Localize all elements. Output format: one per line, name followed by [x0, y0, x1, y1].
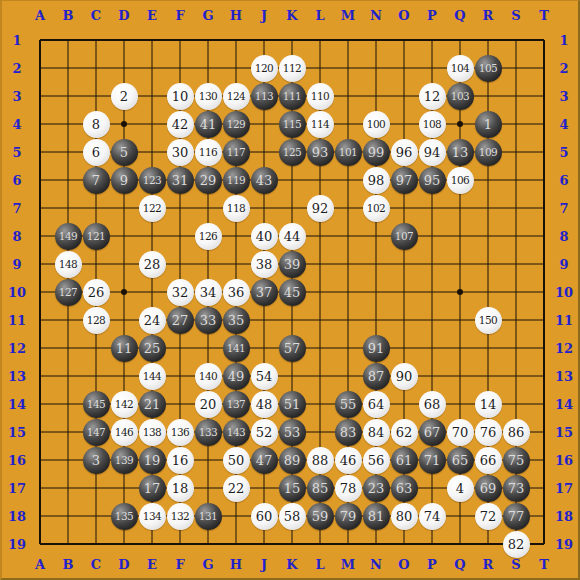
move-number: 140 — [199, 371, 218, 382]
stone-white-L16: 88 — [307, 447, 334, 474]
stone-white-R18: 72 — [475, 503, 502, 530]
move-number: 107 — [395, 231, 414, 242]
row-label-left-13: 13 — [8, 370, 26, 383]
move-number: 29 — [200, 174, 217, 187]
stone-white-Q17: 4 — [447, 475, 474, 502]
stone-white-D15: 146 — [111, 419, 138, 446]
move-number: 65 — [452, 454, 469, 467]
move-number: 30 — [172, 146, 189, 159]
stone-white-R14: 14 — [475, 391, 502, 418]
stone-black-P15: 67 — [419, 419, 446, 446]
stone-black-N13: 87 — [363, 363, 390, 390]
move-number: 36 — [228, 286, 245, 299]
move-number: 68 — [424, 398, 441, 411]
move-number: 70 — [452, 426, 469, 439]
move-number: 7 — [92, 174, 100, 187]
stone-white-C4: 8 — [83, 111, 110, 138]
move-number: 131 — [199, 511, 218, 522]
stone-white-K18: 58 — [279, 503, 306, 530]
row-label-left-17: 17 — [8, 482, 26, 495]
move-number: 34 — [200, 286, 217, 299]
row-label-right-19: 19 — [555, 538, 573, 551]
stone-black-R4: 1 — [475, 111, 502, 138]
stone-white-O15: 62 — [391, 419, 418, 446]
stone-black-J6: 43 — [251, 167, 278, 194]
stone-black-H13: 49 — [223, 363, 250, 390]
col-label-bottom-T: T — [539, 558, 549, 571]
stone-black-M5: 101 — [335, 139, 362, 166]
stone-black-Q5: 13 — [447, 139, 474, 166]
stone-white-P4: 108 — [419, 111, 446, 138]
move-number: 58 — [284, 510, 301, 523]
stone-black-S17: 73 — [503, 475, 530, 502]
stone-white-G10: 34 — [195, 279, 222, 306]
stone-white-O5: 96 — [391, 139, 418, 166]
stone-black-N12: 91 — [363, 335, 390, 362]
stone-white-C5: 6 — [83, 139, 110, 166]
move-number: 4 — [456, 482, 464, 495]
move-number: 12 — [424, 90, 441, 103]
stone-black-H6: 119 — [223, 167, 250, 194]
stone-black-K16: 89 — [279, 447, 306, 474]
move-number: 123 — [143, 175, 162, 186]
stone-black-K4: 115 — [279, 111, 306, 138]
row-label-left-4: 4 — [12, 118, 21, 131]
move-number: 17 — [144, 482, 161, 495]
move-number: 20 — [200, 398, 217, 411]
col-label-top-T: T — [539, 9, 549, 22]
stone-black-L17: 85 — [307, 475, 334, 502]
stone-black-D12: 11 — [111, 335, 138, 362]
move-number: 33 — [200, 314, 217, 327]
row-label-right-17: 17 — [555, 482, 573, 495]
move-number: 72 — [480, 510, 497, 523]
stone-black-R5: 109 — [475, 139, 502, 166]
col-label-top-O: O — [398, 9, 409, 22]
move-number: 79 — [340, 510, 357, 523]
move-number: 75 — [508, 454, 525, 467]
move-number: 67 — [424, 426, 441, 439]
stone-white-F3: 10 — [167, 83, 194, 110]
move-number: 91 — [368, 342, 385, 355]
stone-white-P5: 94 — [419, 139, 446, 166]
col-label-bottom-S: S — [511, 558, 520, 571]
stone-black-K9: 39 — [279, 251, 306, 278]
move-number: 48 — [256, 398, 273, 411]
stone-black-C16: 3 — [83, 447, 110, 474]
col-label-top-M: M — [341, 9, 355, 22]
move-number: 60 — [256, 510, 273, 523]
move-number: 22 — [228, 482, 245, 495]
stone-black-H5: 117 — [223, 139, 250, 166]
stone-black-C6: 7 — [83, 167, 110, 194]
stone-white-S19: 82 — [503, 531, 530, 558]
stone-black-O17: 63 — [391, 475, 418, 502]
stone-white-J2: 120 — [251, 55, 278, 82]
move-number: 109 — [479, 147, 498, 158]
row-label-left-12: 12 — [8, 342, 26, 355]
row-label-right-15: 15 — [555, 426, 573, 439]
move-number: 100 — [367, 119, 386, 130]
move-number: 5 — [120, 146, 128, 159]
move-number: 50 — [228, 454, 245, 467]
row-label-left-16: 16 — [8, 454, 26, 467]
move-number: 44 — [284, 230, 301, 243]
stone-white-G5: 116 — [195, 139, 222, 166]
stone-black-H12: 141 — [223, 335, 250, 362]
stone-white-N16: 56 — [363, 447, 390, 474]
move-number: 125 — [283, 147, 302, 158]
col-label-top-K: K — [286, 9, 297, 22]
stone-black-J10: 37 — [251, 279, 278, 306]
move-number: 37 — [256, 286, 273, 299]
stone-black-S16: 75 — [503, 447, 530, 474]
move-number: 94 — [424, 146, 441, 159]
stone-white-O18: 80 — [391, 503, 418, 530]
move-number: 105 — [479, 63, 498, 74]
move-number: 114 — [311, 119, 330, 130]
move-number: 54 — [256, 370, 273, 383]
stone-black-P6: 95 — [419, 167, 446, 194]
move-number: 2 — [120, 90, 128, 103]
col-label-top-F: F — [175, 9, 184, 22]
stone-black-O6: 97 — [391, 167, 418, 194]
move-number: 57 — [284, 342, 301, 355]
stone-white-J13: 54 — [251, 363, 278, 390]
move-number: 106 — [451, 175, 470, 186]
row-label-left-10: 10 — [8, 286, 26, 299]
move-number: 40 — [256, 230, 273, 243]
stone-white-O13: 90 — [391, 363, 418, 390]
star-point — [121, 121, 127, 127]
row-label-right-9: 9 — [559, 258, 568, 271]
row-label-right-12: 12 — [555, 342, 573, 355]
move-number: 129 — [227, 119, 246, 130]
stone-black-M18: 79 — [335, 503, 362, 530]
move-number: 141 — [227, 343, 246, 354]
stone-white-K2: 112 — [279, 55, 306, 82]
row-label-right-16: 16 — [555, 454, 573, 467]
stone-white-F15: 136 — [167, 419, 194, 446]
move-number: 148 — [59, 259, 78, 270]
move-number: 95 — [424, 174, 441, 187]
move-number: 97 — [396, 174, 413, 187]
move-number: 43 — [256, 174, 273, 187]
stone-white-N6: 98 — [363, 167, 390, 194]
row-label-right-2: 2 — [559, 62, 568, 75]
move-number: 85 — [312, 482, 329, 495]
move-number: 55 — [340, 398, 357, 411]
stone-white-G14: 20 — [195, 391, 222, 418]
move-number: 133 — [199, 427, 218, 438]
stone-white-E9: 28 — [139, 251, 166, 278]
move-number: 28 — [144, 258, 161, 271]
move-number: 128 — [87, 315, 106, 326]
stone-black-G15: 133 — [195, 419, 222, 446]
stone-black-R17: 69 — [475, 475, 502, 502]
move-number: 24 — [144, 314, 161, 327]
star-point — [457, 121, 463, 127]
move-number: 8 — [92, 118, 100, 131]
col-label-bottom-A: A — [35, 558, 45, 571]
move-number: 19 — [144, 454, 161, 467]
stone-white-L7: 92 — [307, 195, 334, 222]
move-number: 38 — [256, 258, 273, 271]
move-number: 21 — [144, 398, 161, 411]
col-label-bottom-B: B — [63, 558, 74, 571]
move-number: 23 — [368, 482, 385, 495]
move-number: 122 — [143, 203, 162, 214]
move-number: 81 — [368, 510, 385, 523]
row-label-right-4: 4 — [559, 118, 568, 131]
col-label-top-S: S — [511, 9, 520, 22]
stone-black-C15: 147 — [83, 419, 110, 446]
col-label-top-D: D — [118, 9, 129, 22]
col-label-bottom-Q: Q — [454, 558, 465, 571]
col-label-bottom-K: K — [286, 558, 297, 571]
stone-white-R11: 150 — [475, 307, 502, 334]
row-label-right-6: 6 — [559, 174, 568, 187]
stone-white-Q6: 106 — [447, 167, 474, 194]
move-number: 99 — [368, 146, 385, 159]
stone-white-L4: 114 — [307, 111, 334, 138]
row-label-right-5: 5 — [559, 146, 568, 159]
move-number: 25 — [144, 342, 161, 355]
stone-black-S18: 77 — [503, 503, 530, 530]
row-label-left-11: 11 — [8, 314, 26, 327]
move-number: 137 — [227, 399, 246, 410]
move-number: 13 — [452, 146, 469, 159]
move-number: 145 — [87, 399, 106, 410]
row-label-right-13: 13 — [555, 370, 573, 383]
move-number: 144 — [143, 371, 162, 382]
move-number: 51 — [284, 398, 301, 411]
move-number: 41 — [200, 118, 217, 131]
stone-black-K15: 53 — [279, 419, 306, 446]
move-number: 82 — [508, 538, 525, 551]
stone-white-N15: 84 — [363, 419, 390, 446]
stone-black-D6: 9 — [111, 167, 138, 194]
move-number: 103 — [451, 91, 470, 102]
stone-black-D16: 139 — [111, 447, 138, 474]
stone-black-N17: 23 — [363, 475, 390, 502]
move-number: 32 — [172, 286, 189, 299]
col-label-top-E: E — [147, 9, 157, 22]
move-number: 136 — [171, 427, 190, 438]
stone-black-P16: 71 — [419, 447, 446, 474]
move-number: 74 — [424, 510, 441, 523]
stone-white-F4: 42 — [167, 111, 194, 138]
move-number: 120 — [255, 63, 274, 74]
move-number: 150 — [479, 315, 498, 326]
row-label-left-6: 6 — [12, 174, 21, 187]
move-number: 104 — [451, 63, 470, 74]
move-number: 3 — [92, 454, 100, 467]
stone-white-Q2: 104 — [447, 55, 474, 82]
col-label-bottom-D: D — [118, 558, 129, 571]
row-label-right-3: 3 — [559, 90, 568, 103]
move-number: 27 — [172, 314, 189, 327]
move-number: 117 — [227, 147, 246, 158]
stone-black-N18: 81 — [363, 503, 390, 530]
stone-black-B10: 127 — [55, 279, 82, 306]
col-label-top-N: N — [370, 9, 382, 22]
stone-white-Q15: 70 — [447, 419, 474, 446]
stone-white-G13: 140 — [195, 363, 222, 390]
stone-black-H15: 143 — [223, 419, 250, 446]
move-number: 146 — [115, 427, 134, 438]
stone-white-D3: 2 — [111, 83, 138, 110]
col-label-bottom-J: J — [261, 558, 267, 571]
move-number: 86 — [508, 426, 525, 439]
col-label-top-J: J — [261, 9, 267, 22]
col-label-bottom-H: H — [230, 558, 242, 571]
stone-black-E17: 17 — [139, 475, 166, 502]
col-label-bottom-L: L — [315, 558, 324, 571]
move-number: 92 — [312, 202, 329, 215]
col-label-bottom-R: R — [483, 558, 494, 571]
row-label-left-2: 2 — [12, 62, 21, 75]
move-number: 98 — [368, 174, 385, 187]
col-label-top-G: G — [202, 9, 213, 22]
stone-white-R16: 66 — [475, 447, 502, 474]
col-label-top-B: B — [63, 9, 74, 22]
stone-white-E15: 138 — [139, 419, 166, 446]
move-number: 87 — [368, 370, 385, 383]
move-number: 127 — [59, 287, 78, 298]
move-number: 102 — [367, 203, 386, 214]
move-number: 31 — [172, 174, 189, 187]
stone-white-H17: 22 — [223, 475, 250, 502]
move-number: 62 — [396, 426, 413, 439]
stone-white-K8: 44 — [279, 223, 306, 250]
row-label-left-9: 9 — [12, 258, 21, 271]
stone-white-E13: 144 — [139, 363, 166, 390]
stone-white-P3: 12 — [419, 83, 446, 110]
stone-black-Q16: 65 — [447, 447, 474, 474]
move-number: 126 — [199, 231, 218, 242]
row-label-right-18: 18 — [555, 510, 573, 523]
stone-white-E18: 134 — [139, 503, 166, 530]
move-number: 35 — [228, 314, 245, 327]
col-label-bottom-P: P — [427, 558, 437, 571]
move-number: 47 — [256, 454, 273, 467]
row-label-left-7: 7 — [12, 202, 21, 215]
stone-black-G6: 29 — [195, 167, 222, 194]
row-label-left-14: 14 — [8, 398, 26, 411]
stone-white-S15: 86 — [503, 419, 530, 446]
stone-black-O16: 61 — [391, 447, 418, 474]
stone-black-K5: 125 — [279, 139, 306, 166]
move-number: 118 — [227, 203, 246, 214]
stone-white-C10: 26 — [83, 279, 110, 306]
move-number: 14 — [480, 398, 497, 411]
move-number: 108 — [423, 119, 442, 130]
move-number: 10 — [172, 90, 189, 103]
row-label-right-11: 11 — [555, 314, 573, 327]
col-label-bottom-G: G — [202, 558, 213, 571]
stone-white-J18: 60 — [251, 503, 278, 530]
move-number: 147 — [87, 427, 106, 438]
move-number: 64 — [368, 398, 385, 411]
col-label-bottom-F: F — [175, 558, 184, 571]
stone-white-J8: 40 — [251, 223, 278, 250]
move-number: 66 — [480, 454, 497, 467]
move-number: 112 — [283, 63, 302, 74]
move-number: 138 — [143, 427, 162, 438]
stone-white-H16: 50 — [223, 447, 250, 474]
move-number: 83 — [340, 426, 357, 439]
stone-white-F16: 16 — [167, 447, 194, 474]
move-number: 16 — [172, 454, 189, 467]
row-label-left-18: 18 — [8, 510, 26, 523]
stone-white-N14: 64 — [363, 391, 390, 418]
move-number: 18 — [172, 482, 189, 495]
move-number: 119 — [227, 175, 246, 186]
stone-white-H3: 124 — [223, 83, 250, 110]
stone-black-F11: 27 — [167, 307, 194, 334]
stone-white-C11: 128 — [83, 307, 110, 334]
stone-black-K10: 45 — [279, 279, 306, 306]
row-label-right-14: 14 — [555, 398, 573, 411]
stone-white-J15: 52 — [251, 419, 278, 446]
move-number: 11 — [116, 342, 133, 355]
move-number: 90 — [396, 370, 413, 383]
move-number: 115 — [283, 119, 302, 130]
col-label-bottom-M: M — [341, 558, 355, 571]
stone-black-O8: 107 — [391, 223, 418, 250]
stone-white-J14: 48 — [251, 391, 278, 418]
move-number: 9 — [120, 174, 128, 187]
stone-black-G11: 33 — [195, 307, 222, 334]
move-number: 6 — [92, 146, 100, 159]
move-number: 69 — [480, 482, 497, 495]
stone-white-E11: 24 — [139, 307, 166, 334]
stone-white-B9: 148 — [55, 251, 82, 278]
stone-black-K14: 51 — [279, 391, 306, 418]
stone-black-K17: 15 — [279, 475, 306, 502]
move-number: 124 — [227, 91, 246, 102]
stone-black-E6: 123 — [139, 167, 166, 194]
move-number: 73 — [508, 482, 525, 495]
stone-black-L18: 59 — [307, 503, 334, 530]
move-number: 135 — [115, 511, 134, 522]
stone-black-J16: 47 — [251, 447, 278, 474]
stone-white-L3: 110 — [307, 83, 334, 110]
move-number: 71 — [424, 454, 441, 467]
move-number: 76 — [480, 426, 497, 439]
col-label-top-R: R — [483, 9, 494, 22]
move-number: 149 — [59, 231, 78, 242]
col-label-top-P: P — [427, 9, 437, 22]
col-label-top-L: L — [315, 9, 324, 22]
stone-black-C8: 121 — [83, 223, 110, 250]
stone-black-K12: 57 — [279, 335, 306, 362]
move-number: 111 — [283, 91, 302, 102]
row-label-left-8: 8 — [12, 230, 21, 243]
move-number: 56 — [368, 454, 385, 467]
row-label-left-15: 15 — [8, 426, 26, 439]
stone-black-M14: 55 — [335, 391, 362, 418]
row-label-right-8: 8 — [559, 230, 568, 243]
move-number: 110 — [311, 91, 330, 102]
stone-black-R2: 105 — [475, 55, 502, 82]
stone-white-N7: 102 — [363, 195, 390, 222]
row-label-right-10: 10 — [555, 286, 573, 299]
go-board[interactable]: AABBCCDDEEFFGGHHJJKKLLMMNNOOPPQQRRSSTT11… — [0, 0, 580, 580]
move-number: 49 — [228, 370, 245, 383]
stone-white-F5: 30 — [167, 139, 194, 166]
